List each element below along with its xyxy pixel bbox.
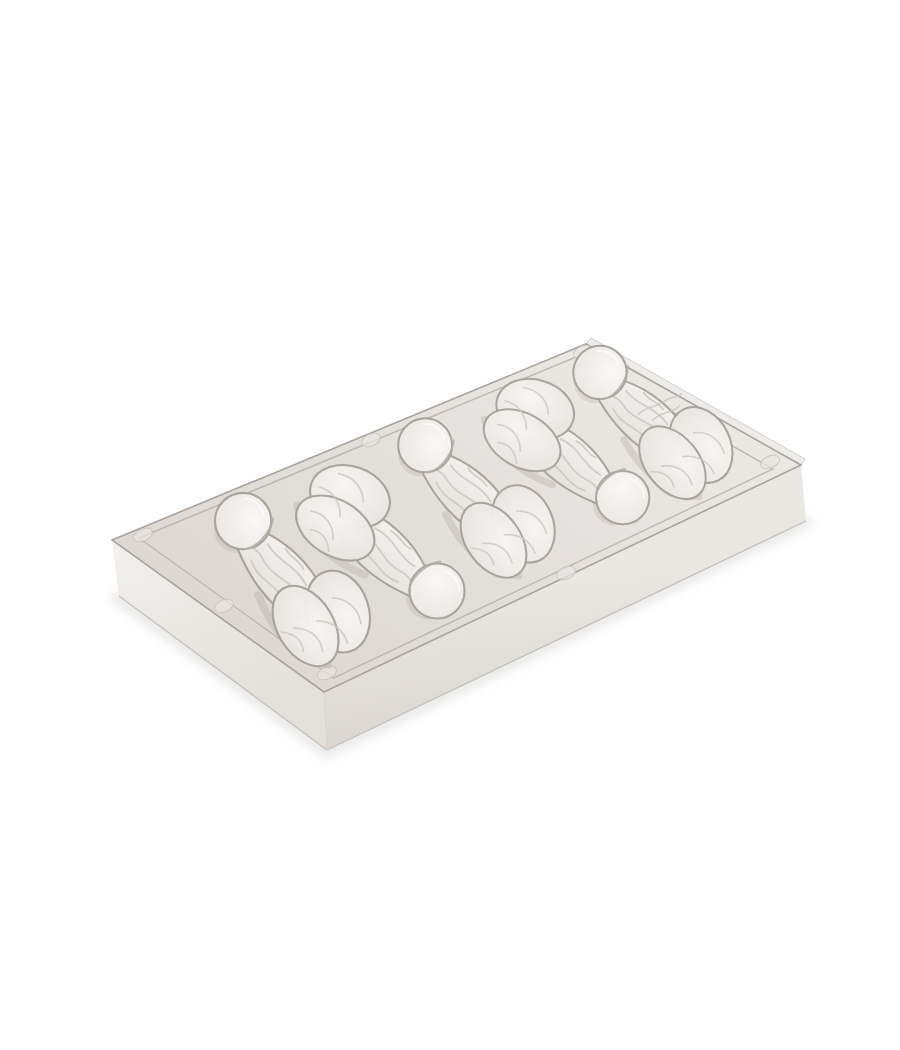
mold-tray [112, 319, 806, 752]
product-photo [0, 0, 900, 1050]
photo-stage [0, 0, 900, 1050]
